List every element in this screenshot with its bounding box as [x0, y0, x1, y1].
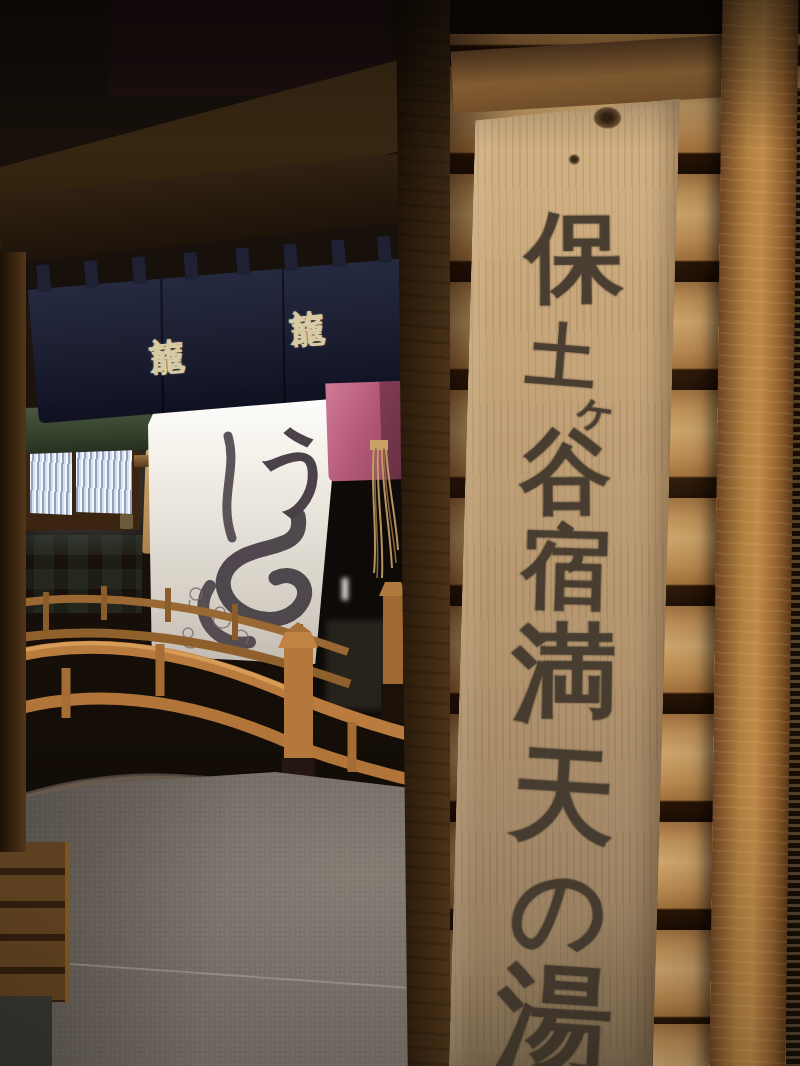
right-post — [709, 0, 798, 1066]
noren-tab — [132, 256, 147, 284]
blind-panel — [76, 444, 132, 514]
noren-seam — [160, 279, 164, 413]
sign-char: 保 — [525, 208, 624, 307]
noren-tab — [235, 247, 250, 275]
noren-tab — [377, 236, 392, 264]
sign-char: の — [507, 860, 609, 960]
sign-char: 天 — [508, 741, 618, 851]
noren-tab — [183, 252, 198, 280]
sign-char: 宿 — [520, 521, 612, 613]
name-sign-board: 保 土 ヶ 谷 宿 満 天 の 湯 — [449, 93, 680, 1066]
banner-u-char: う — [246, 411, 338, 525]
far-post-base — [381, 684, 405, 722]
noren-tab — [36, 264, 51, 292]
horizontal-beam — [451, 34, 744, 114]
noren-text: 旅籠 — [146, 307, 182, 318]
blind-panel — [30, 447, 72, 515]
slat-wall: 保 土 ヶ 谷 宿 満 天 の 湯 — [450, 0, 800, 1066]
wooden-cabinet — [0, 842, 70, 1002]
near-post — [284, 648, 313, 760]
onsen-entrance-photo: うなぎ う 旅籠 旅籠 — [0, 0, 800, 1066]
noren-tab — [84, 260, 99, 288]
sign-char: 湯 — [493, 956, 616, 1066]
near-post-tip — [285, 622, 311, 632]
far-post — [383, 596, 403, 688]
brush-stroke — [227, 436, 232, 538]
sign-char: 谷 — [519, 425, 612, 518]
left-door-frame — [0, 252, 26, 852]
near-post-cap — [278, 632, 318, 648]
window-latch — [120, 514, 133, 529]
cabinet-base — [0, 996, 52, 1066]
wood-knot — [568, 154, 580, 165]
wood-knot — [593, 106, 622, 129]
noren-tab — [283, 243, 298, 271]
sign-char: 満 — [511, 619, 618, 726]
noren-text: 旅籠 — [286, 279, 322, 290]
noren-tab — [331, 239, 346, 267]
